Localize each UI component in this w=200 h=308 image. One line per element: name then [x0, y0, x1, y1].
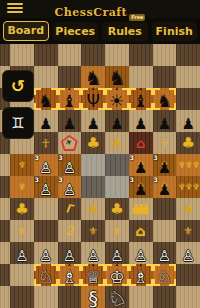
title-wrap: ChessCraftFree: [0, 1, 200, 20]
square-r3-c4[interactable]: ♟: [81, 110, 105, 132]
square-r6-c2[interactable]: ♆♙3: [34, 176, 58, 198]
square-r4-c6[interactable]: ⌂: [129, 132, 153, 154]
square-r10-c2[interactable]: ♘: [34, 264, 58, 286]
square-r9-c5[interactable]: ♙: [105, 242, 129, 264]
square-r4-c3[interactable]: ✈: [58, 132, 82, 154]
square-r11-c2[interactable]: [34, 286, 58, 308]
square-r8-c2[interactable]: [34, 220, 58, 242]
square-r7-c7[interactable]: [153, 198, 177, 220]
square-r11-c0[interactable]: [0, 286, 10, 308]
black-pawn-piece: ♟: [34, 117, 58, 132]
candles-icon: ♆: [129, 161, 153, 170]
phoenix-icon: ⚜: [105, 226, 129, 237]
square-r7-c5[interactable]: ♣: [105, 198, 129, 220]
square-r10-c5[interactable]: ♔▴: [105, 264, 129, 286]
square-r0-c8[interactable]: [176, 44, 200, 66]
free-badge: Free: [129, 14, 145, 21]
square-r5-c7[interactable]: ♆♟3: [153, 154, 177, 176]
black-knight-piece: ♞: [34, 93, 58, 110]
square-r9-c1[interactable]: ♙: [10, 242, 34, 264]
square-r8-c1[interactable]: ⚜: [10, 220, 34, 242]
count-badge: 3: [154, 176, 158, 183]
square-r9-c3[interactable]: ♙: [58, 242, 82, 264]
square-r4-c7[interactable]: ☥: [153, 132, 177, 154]
black-pawn-piece: ♟: [176, 117, 200, 132]
tree-icon: ♣: [10, 202, 34, 217]
square-r0-c4[interactable]: [81, 44, 105, 66]
chesscraft-app: ChessCraftFree Board Pieces Rules Finish…: [0, 0, 200, 308]
no-fly-pentagon-icon: ✈: [61, 135, 78, 151]
square-r7-c6[interactable]: [129, 198, 153, 220]
square-r1-c8[interactable]: [176, 66, 200, 88]
square-r9-c2[interactable]: ♙: [34, 242, 58, 264]
undo-icon: ↺: [11, 78, 25, 95]
square-r3-c8[interactable]: ♟: [176, 110, 200, 132]
bridge-tool-button[interactable]: ♊: [2, 107, 34, 139]
black-bishop-piece: ♝: [129, 93, 153, 110]
square-r7-c3[interactable]: Γ: [58, 198, 82, 220]
black-pawn-piece: ♟: [81, 117, 105, 132]
black-hydra-king-piece: ☀: [105, 93, 129, 110]
square-r8-c0[interactable]: [0, 220, 10, 242]
square-r5-c0[interactable]: [0, 154, 10, 176]
square-r1-c4[interactable]: ♞: [81, 66, 105, 88]
square-r5-c6[interactable]: ♆♟3: [129, 154, 153, 176]
spawn-corner-brackets: [58, 88, 82, 110]
count-badge: 3: [154, 154, 158, 161]
bridge-icon: ♊: [11, 116, 24, 131]
square-r11-c5[interactable]: ♘: [105, 286, 129, 308]
spawn-corner-brackets: [105, 264, 129, 286]
square-r0-c3[interactable]: [58, 44, 82, 66]
banyan-icon: ♣: [176, 203, 200, 214]
spawn-corner-brackets: [81, 264, 105, 286]
square-r8-c5[interactable]: ⚜: [105, 220, 129, 242]
count-badge: 3: [35, 154, 39, 161]
white-pawn-piece: ♙: [34, 183, 58, 198]
spawn-corner-brackets: [34, 264, 58, 286]
white-pawn-piece: ♙: [81, 249, 105, 264]
white-pawn-piece: ♙: [34, 161, 58, 176]
square-r0-c0[interactable]: [0, 44, 10, 66]
black-pawn-piece: ♟: [129, 161, 153, 176]
square-r8-c3[interactable]: 2: [58, 220, 82, 242]
square-r10-c4[interactable]: ♕▴: [81, 264, 105, 286]
tab-finish[interactable]: Finish: [152, 22, 198, 41]
square-r5-c3[interactable]: ♆♙3: [58, 154, 82, 176]
white-pawn-piece: ♙: [10, 249, 34, 264]
square-r9-c6[interactable]: ♙: [129, 242, 153, 264]
square-r11-c8[interactable]: [176, 286, 200, 308]
white-pawn-piece: ♙: [153, 249, 177, 264]
square-r2-c3[interactable]: ♝▴: [58, 88, 82, 110]
black-pawn-piece: ♟: [105, 117, 129, 132]
spawn-corner-brackets: [58, 264, 82, 286]
square-r2-c8[interactable]: [176, 88, 200, 110]
black-pawn-piece: ♟: [153, 183, 177, 198]
square-r9-c8[interactable]: ♙: [176, 242, 200, 264]
square-r9-c4[interactable]: ♙: [81, 242, 105, 264]
square-r0-c1[interactable]: [10, 44, 34, 66]
tab-bar: Board Pieces Rules Finish: [0, 18, 200, 44]
candles-icon: ♆: [10, 161, 34, 170]
white-pawn-piece: ♙: [58, 183, 82, 198]
candles-icon: ♆: [153, 161, 177, 170]
white-winged-king-piece: ♔: [105, 269, 129, 286]
square-r10-c3[interactable]: ♗▴: [58, 264, 82, 286]
white-wyrm-piece: §: [81, 288, 105, 308]
candles-icon: ♆: [10, 183, 34, 192]
white-pawn-piece: ♙: [129, 249, 153, 264]
square-r9-c7[interactable]: ♙: [153, 242, 177, 264]
numeral-2-icon: 2: [58, 225, 82, 237]
spawn-corner-brackets: [129, 264, 153, 286]
square-r11-c4[interactable]: §: [81, 286, 105, 308]
black-pawn-piece: ♟: [153, 161, 177, 176]
spawn-corner-brackets: [105, 88, 129, 110]
square-r6-c3[interactable]: ♆♙3: [58, 176, 82, 198]
square-r10-c6[interactable]: ♗▴: [129, 264, 153, 286]
count-badge: 3: [59, 176, 63, 183]
black-dragon-piece: ♞: [105, 68, 129, 88]
phoenix-icon: ⚜: [81, 226, 105, 237]
square-r5-c2[interactable]: ♆♙3: [34, 154, 58, 176]
square-r3-c2[interactable]: ♟: [34, 110, 58, 132]
white-pawn-piece: ♙: [58, 249, 82, 264]
white-pegasus-piece: ♘: [102, 285, 131, 308]
white-pawn-piece: ♙: [176, 249, 200, 264]
square-r0-c2[interactable]: [34, 44, 58, 66]
house-outline-icon: ⌂: [129, 137, 153, 150]
spawn-corner-brackets: [34, 88, 58, 110]
white-knight-piece: ♘: [34, 269, 58, 286]
square-r5-c1[interactable]: ♆: [10, 154, 34, 176]
count-badge: 3: [35, 176, 39, 183]
black-pawn-piece: ♟: [129, 117, 153, 132]
square-r11-c1[interactable]: [10, 286, 34, 308]
count-badge: 3: [130, 176, 134, 183]
square-r11-c3[interactable]: [58, 286, 82, 308]
square-r4-c8[interactable]: ♣: [176, 132, 200, 154]
square-r5-c4[interactable]: [81, 154, 105, 176]
spawn-corner-brackets: [153, 88, 177, 110]
square-r3-c7[interactable]: ♟: [153, 110, 177, 132]
square-r1-c3[interactable]: [58, 66, 82, 88]
square-r7-c2[interactable]: [34, 198, 58, 220]
candles-icon: ♆: [129, 183, 153, 192]
giraffe-icon: Γ: [56, 202, 83, 216]
square-r8-c6[interactable]: ⌂: [129, 220, 153, 242]
spawn-corner-brackets: [129, 88, 153, 110]
square-r7-c1[interactable]: ♣: [10, 198, 34, 220]
banyan-icon: ♣: [81, 203, 105, 214]
app-title: ChessCraft: [55, 6, 128, 19]
square-r1-c7[interactable]: [153, 66, 177, 88]
square-r1-c6[interactable]: [129, 66, 153, 88]
tab-board[interactable]: Board: [3, 21, 49, 41]
undo-button[interactable]: ↺: [2, 70, 34, 102]
square-r0-c5[interactable]: [105, 44, 129, 66]
tree-icon: ♣: [105, 202, 129, 217]
square-r11-c6[interactable]: [129, 286, 153, 308]
candles-icon: ♆: [34, 183, 58, 192]
square-r6-c0[interactable]: [0, 176, 10, 198]
square-r2-c7[interactable]: ♞: [153, 88, 177, 110]
square-r3-c5[interactable]: ♟: [105, 110, 129, 132]
square-r5-c5[interactable]: [105, 154, 129, 176]
count-badge: 3: [130, 154, 134, 161]
square-r7-c0[interactable]: [0, 198, 10, 220]
black-pawn-piece: ♟: [153, 117, 177, 132]
square-r2-c2[interactable]: ♞: [34, 88, 58, 110]
square-r3-c3[interactable]: ♟: [58, 110, 82, 132]
wall-icon: [133, 204, 149, 215]
square-r1-c2[interactable]: [34, 66, 58, 88]
square-r8-c4[interactable]: ⚜: [81, 220, 105, 242]
candles-icon: ♆: [34, 161, 58, 170]
square-r4-c5[interactable]: ♣: [105, 132, 129, 154]
square-r6-c4[interactable]: [81, 176, 105, 198]
black-wyvern-piece: ♞: [81, 68, 105, 88]
square-r6-c5[interactable]: [105, 176, 129, 198]
statue-icon: ☥: [153, 138, 177, 149]
candles-triple-icon: ♆♆♆: [176, 161, 200, 170]
square-r2-c4[interactable]: Ψ▴: [81, 88, 105, 110]
spawn-corner-brackets: [153, 264, 177, 286]
square-r7-c4[interactable]: ♣: [81, 198, 105, 220]
house-icon: ⌂: [129, 224, 153, 238]
square-r8-c8[interactable]: ⚜: [176, 220, 200, 242]
title-bar: ChessCraftFree: [0, 0, 200, 18]
white-pawn-piece: ♙: [34, 249, 58, 264]
white-bishop-piece: ♗: [129, 269, 153, 286]
square-r10-c1[interactable]: [10, 264, 34, 286]
tab-rules[interactable]: Rules: [102, 22, 148, 41]
black-knight-piece: ♞: [153, 93, 177, 110]
black-pawn-piece: ♟: [58, 117, 82, 132]
candles-icon: ♆: [58, 183, 82, 192]
statue-icon: ☥: [34, 138, 58, 149]
square-r4-c4[interactable]: ♣: [81, 132, 105, 154]
spawn-corner-brackets: [81, 88, 105, 110]
square-r3-c6[interactable]: ♟: [129, 110, 153, 132]
white-pawn-piece: ♙: [105, 249, 129, 264]
square-r0-c6[interactable]: [129, 44, 153, 66]
white-pawn-piece: ♙: [58, 161, 82, 176]
square-r6-c8[interactable]: ♆♆♆: [176, 176, 200, 198]
square-r9-c0[interactable]: [0, 242, 10, 264]
square-r8-c7[interactable]: [153, 220, 177, 242]
tree-icon: ♣: [81, 136, 105, 151]
count-badge: 3: [59, 154, 63, 161]
black-pawn-piece: ♟: [129, 183, 153, 198]
square-r2-c6[interactable]: ♝▴: [129, 88, 153, 110]
square-r1-c5[interactable]: ♞: [105, 66, 129, 88]
square-r2-c5[interactable]: ☀▴: [105, 88, 129, 110]
phoenix-icon: ⚜: [10, 226, 34, 237]
white-bishop-piece: ♗: [58, 269, 82, 286]
square-r5-c8[interactable]: ♆♆♆: [176, 154, 200, 176]
candles-triple-icon: ♆♆♆: [176, 183, 200, 192]
square-r10-c7[interactable]: ♘: [153, 264, 177, 286]
square-r6-c6[interactable]: ♆♟3: [129, 176, 153, 198]
candles-icon: ♆: [58, 161, 82, 170]
square-r10-c8[interactable]: [176, 264, 200, 286]
tree-icon: ♣: [176, 136, 200, 151]
black-totem-piece: Ψ: [81, 93, 105, 110]
square-r6-c7[interactable]: ♆♟3: [153, 176, 177, 198]
banyan-icon: ♣: [105, 137, 129, 148]
black-bishop-piece: ♝: [58, 93, 82, 110]
square-r0-c7[interactable]: [153, 44, 177, 66]
square-r11-c7[interactable]: [153, 286, 177, 308]
square-r7-c8[interactable]: ♣: [176, 198, 200, 220]
square-r4-c2[interactable]: ☥: [34, 132, 58, 154]
square-r6-c1[interactable]: ♆: [10, 176, 34, 198]
white-knight-piece: ♘: [153, 269, 177, 286]
candles-icon: ♆: [153, 183, 177, 192]
square-r10-c0[interactable]: [0, 264, 10, 286]
tab-pieces[interactable]: Pieces: [53, 22, 99, 41]
phoenix-icon: ⚜: [176, 226, 200, 237]
white-angel-piece: ♕: [81, 269, 105, 286]
